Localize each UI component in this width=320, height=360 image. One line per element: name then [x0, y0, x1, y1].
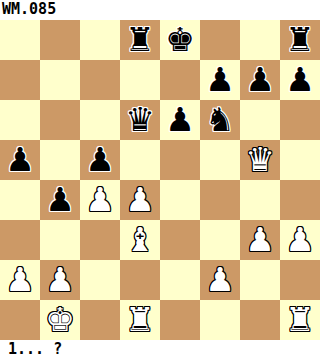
square-h4[interactable] — [280, 180, 320, 220]
square-e1[interactable] — [160, 300, 200, 340]
square-a4[interactable] — [0, 180, 40, 220]
square-d5[interactable] — [120, 140, 160, 180]
black-queen-icon: ♛ — [125, 100, 155, 140]
chess-board: ♜♚♜♟♟♟♛♟♞♟♟♛♟♟♟♝♟♟♟♟♟♚♜♜ — [0, 20, 320, 340]
square-g2[interactable] — [240, 260, 280, 300]
square-h7[interactable]: ♟ — [280, 60, 320, 100]
square-f2[interactable]: ♟ — [200, 260, 240, 300]
square-f4[interactable] — [200, 180, 240, 220]
white-rook-icon: ♜ — [125, 300, 155, 340]
white-rook-icon: ♜ — [285, 300, 315, 340]
white-pawn-icon: ♟ — [245, 220, 275, 260]
square-d8[interactable]: ♜ — [120, 20, 160, 60]
square-e7[interactable] — [160, 60, 200, 100]
white-bishop-icon: ♝ — [125, 220, 155, 260]
black-rook-icon: ♜ — [125, 20, 155, 60]
square-c8[interactable] — [80, 20, 120, 60]
square-d3[interactable]: ♝ — [120, 220, 160, 260]
square-h8[interactable]: ♜ — [280, 20, 320, 60]
white-king-icon: ♚ — [45, 300, 75, 340]
square-b4[interactable]: ♟ — [40, 180, 80, 220]
square-f3[interactable] — [200, 220, 240, 260]
square-e2[interactable] — [160, 260, 200, 300]
square-b6[interactable] — [40, 100, 80, 140]
white-pawn-icon: ♟ — [125, 180, 155, 220]
square-e8[interactable]: ♚ — [160, 20, 200, 60]
square-b1[interactable]: ♚ — [40, 300, 80, 340]
square-h5[interactable] — [280, 140, 320, 180]
black-pawn-icon: ♟ — [5, 140, 35, 180]
square-e4[interactable] — [160, 180, 200, 220]
square-g8[interactable] — [240, 20, 280, 60]
white-pawn-icon: ♟ — [45, 260, 75, 300]
white-pawn-icon: ♟ — [205, 260, 235, 300]
square-d1[interactable]: ♜ — [120, 300, 160, 340]
square-h1[interactable]: ♜ — [280, 300, 320, 340]
square-c1[interactable] — [80, 300, 120, 340]
black-pawn-icon: ♟ — [285, 60, 315, 100]
square-b2[interactable]: ♟ — [40, 260, 80, 300]
black-king-icon: ♚ — [165, 20, 195, 60]
square-d7[interactable] — [120, 60, 160, 100]
square-g4[interactable] — [240, 180, 280, 220]
square-c3[interactable] — [80, 220, 120, 260]
square-f7[interactable]: ♟ — [200, 60, 240, 100]
black-rook-icon: ♜ — [285, 20, 315, 60]
square-f6[interactable]: ♞ — [200, 100, 240, 140]
square-c2[interactable] — [80, 260, 120, 300]
square-b3[interactable] — [40, 220, 80, 260]
white-pawn-icon: ♟ — [5, 260, 35, 300]
black-pawn-icon: ♟ — [245, 60, 275, 100]
puzzle-title: WM.085 — [0, 0, 320, 20]
square-a6[interactable] — [0, 100, 40, 140]
white-pawn-icon: ♟ — [85, 180, 115, 220]
square-h2[interactable] — [280, 260, 320, 300]
square-a1[interactable] — [0, 300, 40, 340]
square-a3[interactable] — [0, 220, 40, 260]
square-h3[interactable]: ♟ — [280, 220, 320, 260]
square-a5[interactable]: ♟ — [0, 140, 40, 180]
chess-puzzle-window: WM.085 ♜♚♜♟♟♟♛♟♞♟♟♛♟♟♟♝♟♟♟♟♟♚♜♜ 1... ? — [0, 0, 320, 360]
square-e6[interactable]: ♟ — [160, 100, 200, 140]
square-d2[interactable] — [120, 260, 160, 300]
square-c7[interactable] — [80, 60, 120, 100]
black-knight-icon: ♞ — [205, 100, 235, 140]
square-f1[interactable] — [200, 300, 240, 340]
black-pawn-icon: ♟ — [85, 140, 115, 180]
move-prompt: 1... ? — [0, 340, 320, 360]
white-queen-icon: ♛ — [245, 140, 275, 180]
square-a8[interactable] — [0, 20, 40, 60]
square-c4[interactable]: ♟ — [80, 180, 120, 220]
square-e5[interactable] — [160, 140, 200, 180]
black-pawn-icon: ♟ — [205, 60, 235, 100]
square-c5[interactable]: ♟ — [80, 140, 120, 180]
square-c6[interactable] — [80, 100, 120, 140]
square-a7[interactable] — [0, 60, 40, 100]
square-a2[interactable]: ♟ — [0, 260, 40, 300]
square-d4[interactable]: ♟ — [120, 180, 160, 220]
white-pawn-icon: ♟ — [285, 220, 315, 260]
square-h6[interactable] — [280, 100, 320, 140]
square-b8[interactable] — [40, 20, 80, 60]
square-e3[interactable] — [160, 220, 200, 260]
square-g7[interactable]: ♟ — [240, 60, 280, 100]
square-b7[interactable] — [40, 60, 80, 100]
square-b5[interactable] — [40, 140, 80, 180]
square-f8[interactable] — [200, 20, 240, 60]
black-pawn-icon: ♟ — [165, 100, 195, 140]
square-g6[interactable] — [240, 100, 280, 140]
square-g5[interactable]: ♛ — [240, 140, 280, 180]
square-f5[interactable] — [200, 140, 240, 180]
square-g1[interactable] — [240, 300, 280, 340]
square-d6[interactable]: ♛ — [120, 100, 160, 140]
black-pawn-icon: ♟ — [45, 180, 75, 220]
square-g3[interactable]: ♟ — [240, 220, 280, 260]
